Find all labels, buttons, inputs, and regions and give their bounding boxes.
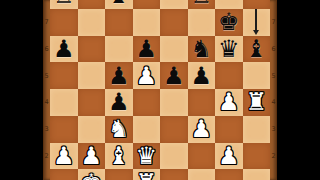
- square-c8[interactable]: ♝: [105, 0, 133, 9]
- white-pawn-g4: ♟: [218, 90, 240, 114]
- white-pawn-d5: ♟: [135, 64, 157, 88]
- black-king-g7: ♚: [218, 10, 240, 34]
- square-a7[interactable]: [50, 9, 78, 36]
- rank-label-6-right: 6: [270, 46, 277, 53]
- square-a4[interactable]: [50, 89, 78, 116]
- square-a3[interactable]: [50, 116, 78, 143]
- square-f2[interactable]: [188, 143, 216, 170]
- white-knight-c3: ♞: [108, 117, 130, 141]
- white-pawn-f3: ♟: [190, 117, 212, 141]
- black-pawn-c5: ♟: [108, 64, 130, 88]
- rank-label-5-right: 5: [270, 73, 277, 80]
- square-e3[interactable]: [160, 116, 188, 143]
- square-f7[interactable]: [188, 9, 216, 36]
- square-b3[interactable]: [78, 116, 106, 143]
- square-f5[interactable]: ♟: [188, 62, 216, 89]
- black-bishop-h6: ♝: [245, 37, 267, 61]
- square-a5[interactable]: [50, 62, 78, 89]
- square-c4[interactable]: ♟: [105, 89, 133, 116]
- rank-label-3-right: 3: [270, 126, 277, 133]
- chess-diagram-stage: ♜♝♜♚♟♟♞♛♝♟♟♟♟♟♟♜♞♟♟♟♝♛♟♚♜ 88776655443322…: [0, 0, 320, 180]
- square-b4[interactable]: [78, 89, 106, 116]
- black-pawn-c4: ♟: [108, 90, 130, 114]
- square-d7[interactable]: [133, 9, 161, 36]
- square-f1[interactable]: [188, 169, 216, 180]
- square-g8[interactable]: [215, 0, 243, 9]
- white-bishop-c2: ♝: [108, 144, 130, 168]
- white-king-b1: ♚: [80, 171, 102, 180]
- rank-label-5-left: 5: [43, 73, 50, 80]
- square-e6[interactable]: [160, 36, 188, 63]
- square-c6[interactable]: [105, 36, 133, 63]
- white-pawn-a2: ♟: [53, 144, 75, 168]
- annotation-arrow-h7: [255, 9, 257, 32]
- rank-label-7-left: 7: [43, 19, 50, 26]
- white-queen-d2: ♛: [135, 144, 157, 168]
- white-pawn-b2: ♟: [80, 144, 102, 168]
- square-f4[interactable]: [188, 89, 216, 116]
- square-d2[interactable]: ♛: [133, 143, 161, 170]
- square-b8[interactable]: [78, 0, 106, 9]
- square-e8[interactable]: [160, 0, 188, 9]
- square-b6[interactable]: [78, 36, 106, 63]
- square-d8[interactable]: [133, 0, 161, 9]
- black-rook-a8: ♜: [53, 0, 75, 7]
- square-d3[interactable]: [133, 116, 161, 143]
- square-h2[interactable]: [243, 143, 271, 170]
- square-a6[interactable]: ♟: [50, 36, 78, 63]
- rank-label-4-right: 4: [270, 99, 277, 106]
- white-rook-h4: ♜: [245, 90, 267, 114]
- black-pawn-e5: ♟: [163, 64, 185, 88]
- square-c1[interactable]: [105, 169, 133, 180]
- square-e4[interactable]: [160, 89, 188, 116]
- square-e7[interactable]: [160, 9, 188, 36]
- square-c2[interactable]: ♝: [105, 143, 133, 170]
- square-d5[interactable]: ♟: [133, 62, 161, 89]
- white-pawn-g2: ♟: [218, 144, 240, 168]
- square-g3[interactable]: [215, 116, 243, 143]
- chess-board: ♜♝♜♚♟♟♞♛♝♟♟♟♟♟♟♜♞♟♟♟♝♛♟♚♜: [50, 0, 270, 180]
- square-g2[interactable]: ♟: [215, 143, 243, 170]
- black-rook-f8: ♜: [190, 0, 212, 7]
- square-f3[interactable]: ♟: [188, 116, 216, 143]
- square-g5[interactable]: [215, 62, 243, 89]
- square-f6[interactable]: ♞: [188, 36, 216, 63]
- square-g7[interactable]: ♚: [215, 9, 243, 36]
- square-e2[interactable]: [160, 143, 188, 170]
- black-pawn-a6: ♟: [53, 37, 75, 61]
- rank-label-2-right: 2: [270, 153, 277, 160]
- black-queen-g6: ♛: [218, 37, 240, 61]
- square-g1[interactable]: [215, 169, 243, 180]
- arrow-head-icon: [253, 30, 259, 35]
- square-h5[interactable]: [243, 62, 271, 89]
- square-c3[interactable]: ♞: [105, 116, 133, 143]
- square-e1[interactable]: [160, 169, 188, 180]
- black-bishop-c8: ♝: [108, 0, 130, 7]
- square-c5[interactable]: ♟: [105, 62, 133, 89]
- black-pawn-d6: ♟: [135, 37, 157, 61]
- rank-label-4-left: 4: [43, 99, 50, 106]
- square-b2[interactable]: ♟: [78, 143, 106, 170]
- square-g4[interactable]: ♟: [215, 89, 243, 116]
- square-d4[interactable]: [133, 89, 161, 116]
- square-h8[interactable]: [243, 0, 271, 9]
- rank-label-3-left: 3: [43, 126, 50, 133]
- square-a8[interactable]: ♜: [50, 0, 78, 9]
- square-a1[interactable]: [50, 169, 78, 180]
- black-knight-f6: ♞: [190, 37, 212, 61]
- square-b5[interactable]: [78, 62, 106, 89]
- square-e5[interactable]: ♟: [160, 62, 188, 89]
- square-d6[interactable]: ♟: [133, 36, 161, 63]
- square-h3[interactable]: [243, 116, 271, 143]
- black-pawn-f5: ♟: [190, 64, 212, 88]
- square-f8[interactable]: ♜: [188, 0, 216, 9]
- square-h4[interactable]: ♜: [243, 89, 271, 116]
- rank-label-7-right: 7: [270, 19, 277, 26]
- square-a2[interactable]: ♟: [50, 143, 78, 170]
- square-g6[interactable]: ♛: [215, 36, 243, 63]
- square-d1[interactable]: ♜: [133, 169, 161, 180]
- square-h6[interactable]: ♝: [243, 36, 271, 63]
- square-c7[interactable]: [105, 9, 133, 36]
- square-b7[interactable]: [78, 9, 106, 36]
- rank-label-6-left: 6: [43, 46, 50, 53]
- square-b1[interactable]: ♚: [78, 169, 106, 180]
- white-rook-d1: ♜: [135, 171, 157, 180]
- square-h1[interactable]: [243, 169, 271, 180]
- rank-label-2-left: 2: [43, 153, 50, 160]
